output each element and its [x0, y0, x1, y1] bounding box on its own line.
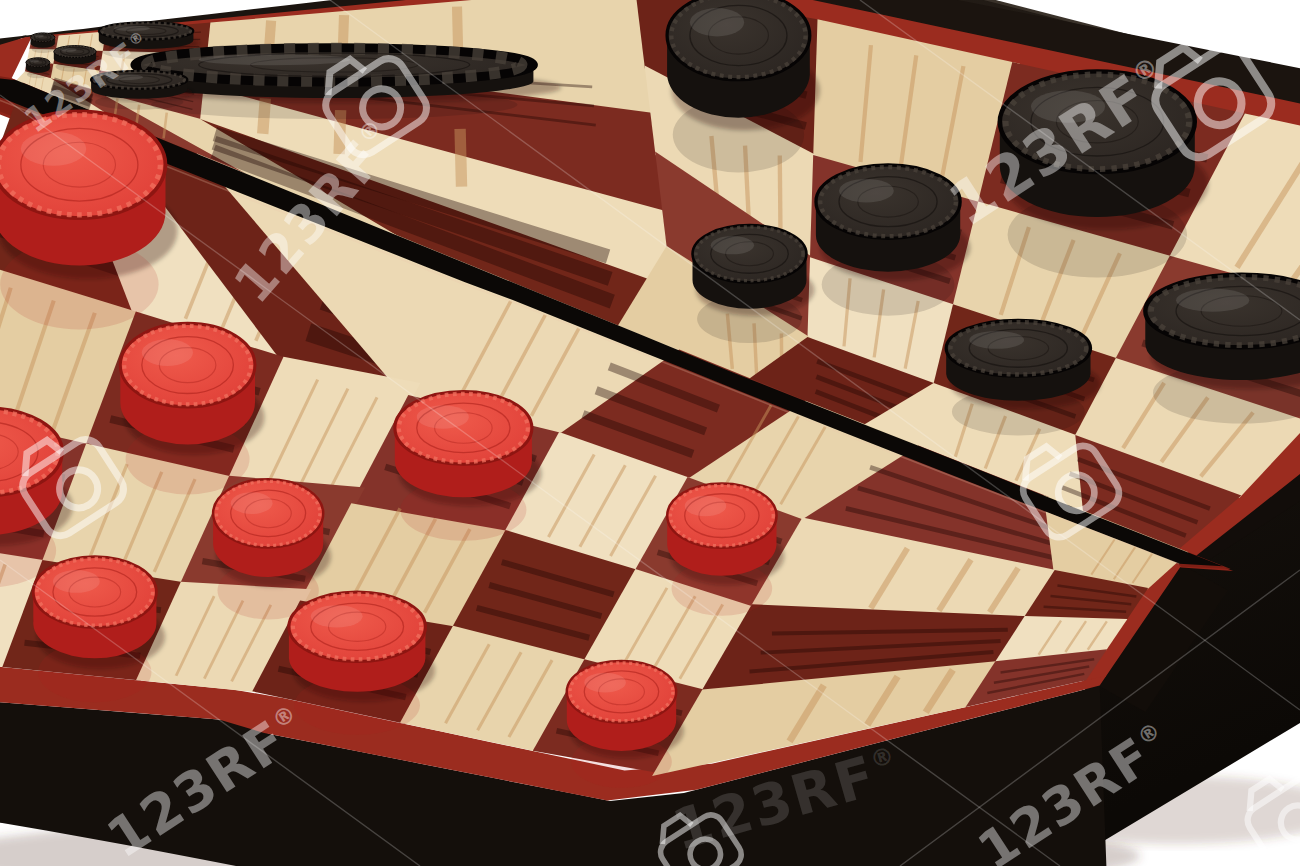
checker-red[interactable]: [213, 479, 331, 619]
piece-gloss: [311, 605, 363, 627]
checkers-board-photo: 123RF®123RF®123RF®123RF®123RF®123RF®: [0, 0, 1300, 866]
piece-gloss: [61, 48, 77, 52]
checker-red[interactable]: [567, 661, 684, 788]
piece-top: [33, 557, 156, 628]
checker-black[interactable]: [26, 58, 52, 79]
checker-black[interactable]: [31, 33, 57, 53]
piece-top: [213, 479, 323, 547]
piece-gloss: [839, 179, 894, 202]
checker-black[interactable]: [667, 0, 820, 172]
piece-gloss: [53, 570, 100, 593]
piece-gloss: [30, 60, 39, 63]
checker-red[interactable]: [395, 392, 542, 541]
piece-gloss: [584, 673, 626, 693]
checker-black[interactable]: [1145, 275, 1300, 424]
piece-top: [395, 392, 532, 465]
piece-gloss: [142, 339, 193, 366]
piece-gloss: [231, 492, 273, 514]
piece-top: [667, 0, 810, 80]
piece-gloss: [114, 26, 150, 32]
checker-red[interactable]: [120, 323, 264, 494]
piece-top: [289, 592, 426, 661]
checker-black[interactable]: [693, 225, 815, 343]
piece-top: [120, 323, 255, 407]
checker-black[interactable]: [946, 320, 1100, 435]
wood-grain: [460, 129, 461, 187]
piece-gloss: [35, 35, 44, 38]
checker-red[interactable]: [33, 557, 165, 703]
piece-gloss: [21, 132, 86, 166]
piece-gloss: [711, 236, 754, 254]
checker-red[interactable]: [667, 483, 784, 615]
piece-gloss: [685, 496, 727, 517]
piece-gloss: [1176, 289, 1249, 312]
checker-red[interactable]: [289, 592, 435, 735]
piece-gloss: [969, 331, 1024, 349]
piece-top: [816, 165, 960, 238]
checker-red[interactable]: [0, 111, 178, 329]
stock-photo-checkers-scene: 123RF®123RF®123RF®123RF®123RF®123RF®: [0, 0, 1300, 866]
piece-gloss: [690, 8, 744, 36]
piece-gloss: [199, 54, 350, 65]
